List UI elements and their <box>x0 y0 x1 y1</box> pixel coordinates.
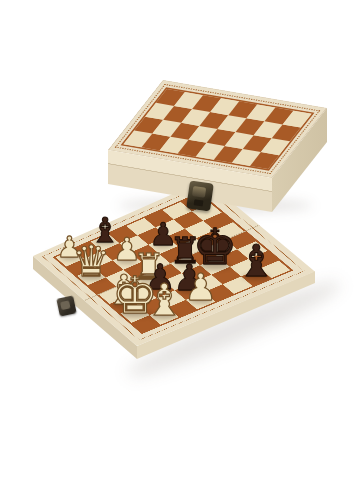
chess-set-product-photo: ♟♝♛♟♟♜♜♝♟♚♚♟♝♟♝ <box>0 0 360 482</box>
box-clasp <box>186 180 214 211</box>
board-clasp <box>56 295 76 316</box>
